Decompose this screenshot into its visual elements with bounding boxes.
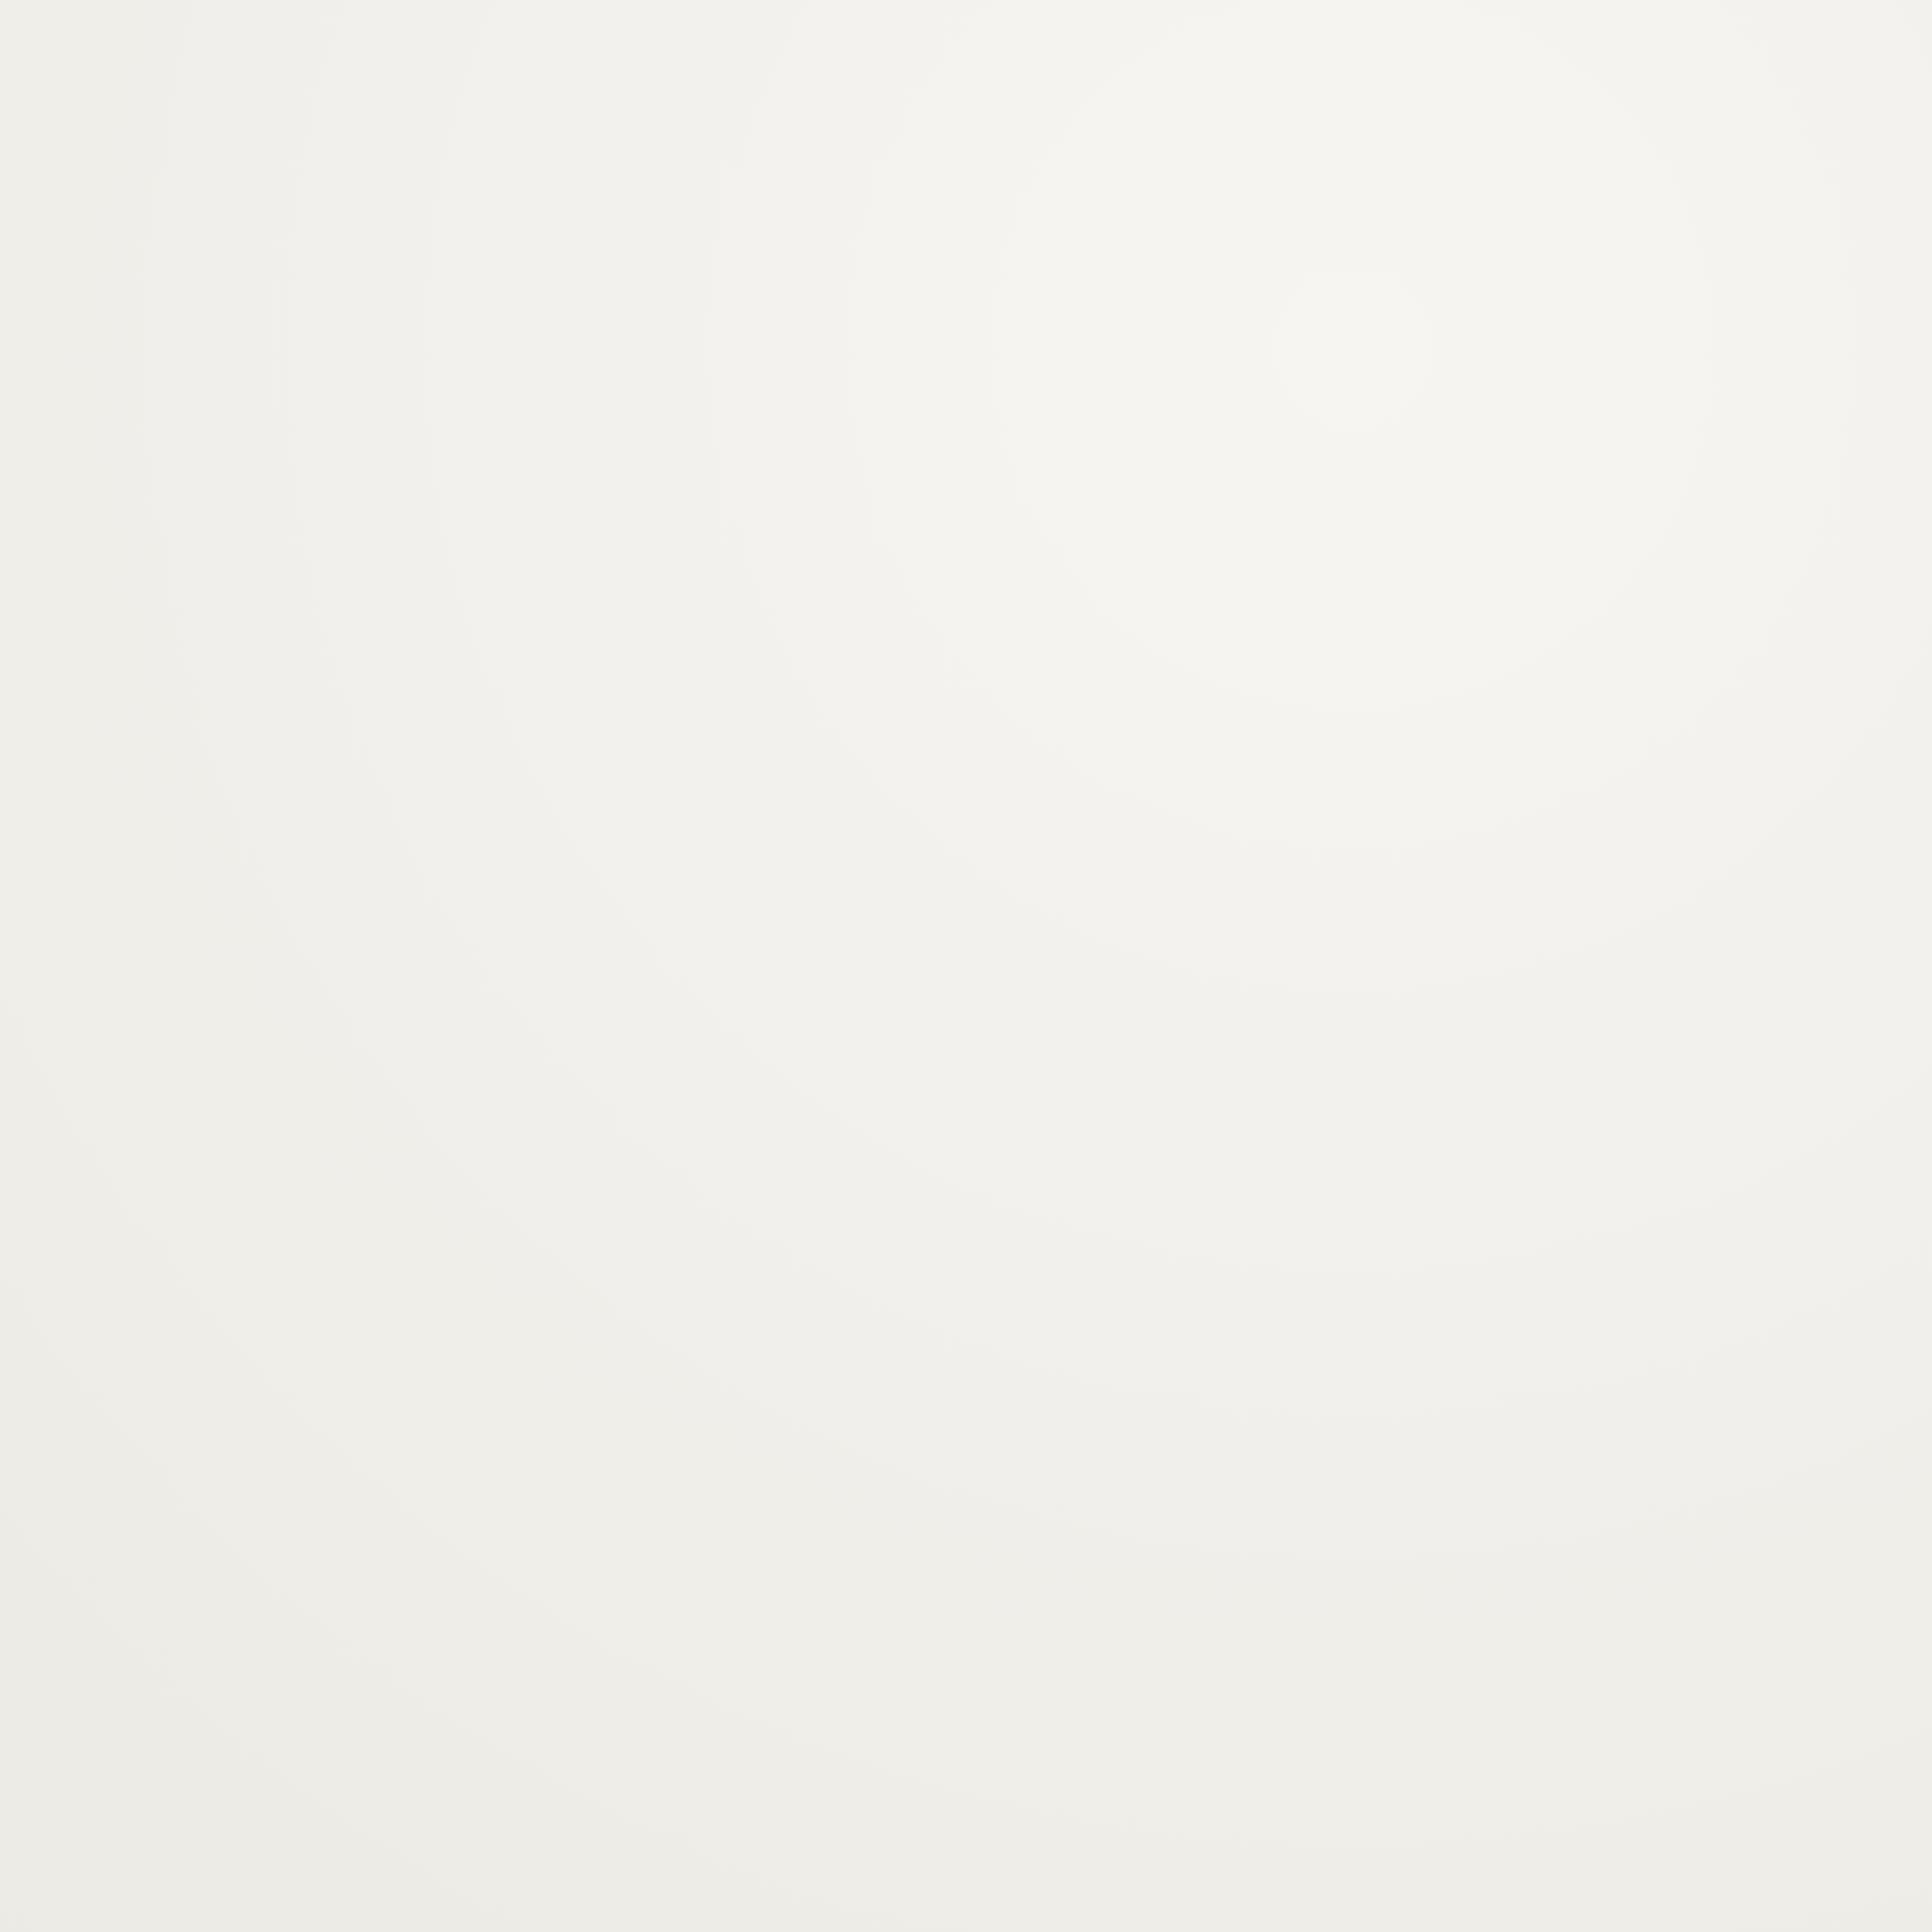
game-board — [0, 0, 1932, 1932]
photo-scene — [0, 0, 1932, 1932]
